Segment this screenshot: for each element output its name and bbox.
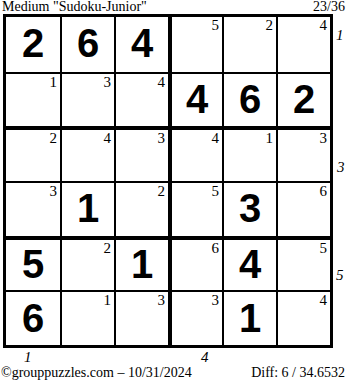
corner-mark: 3	[50, 183, 58, 199]
cell-r5c5[interactable]: 4	[222, 236, 276, 291]
corner-mark: 1	[266, 130, 274, 146]
cell-r1c2[interactable]: 6	[60, 17, 114, 72]
given-digit: 6	[62, 17, 114, 72]
cell-r1c5[interactable]: 2	[222, 17, 276, 72]
given-digit: 3	[224, 183, 276, 236]
given-digit: 6	[6, 292, 60, 345]
cell-r6c3[interactable]: 3	[114, 290, 168, 345]
corner-mark: 3	[158, 292, 166, 308]
cell-r6c5[interactable]: 1	[222, 290, 276, 345]
corner-mark: 1	[50, 74, 58, 90]
cell-r6c4[interactable]: 3	[168, 290, 222, 345]
cell-r5c3[interactable]: 1	[114, 236, 168, 291]
cell-r1c6[interactable]: 4	[276, 17, 330, 72]
cell-r4c3[interactable]: 2	[114, 181, 168, 236]
cell-r3c5[interactable]: 1	[222, 126, 276, 181]
given-digit: 4	[172, 74, 222, 127]
corner-mark: 5	[212, 17, 220, 33]
corner-mark: 4	[320, 17, 328, 33]
cell-r1c1[interactable]: 2	[6, 17, 60, 72]
cell-r4c5[interactable]: 3	[222, 181, 276, 236]
page-title: Medium "Sudoku-Junior"	[2, 0, 147, 14]
corner-mark: 3	[212, 292, 220, 308]
difficulty-rating: Diff: 6 / 34.6532	[251, 366, 345, 380]
corner-mark: 5	[212, 183, 220, 199]
cell-r2c3[interactable]: 4	[114, 72, 168, 127]
footer: ©grouppuzzles.com – 10/31/2024 Diff: 6 /…	[1, 366, 345, 380]
given-digit: 1	[116, 240, 168, 291]
given-digit: 1	[224, 292, 276, 345]
copyright-date: ©grouppuzzles.com – 10/31/2024	[1, 366, 192, 380]
cell-r4c2[interactable]: 1	[60, 181, 114, 236]
corner-mark: 4	[104, 130, 112, 146]
given-digit: 4	[224, 240, 276, 291]
titlebar: Medium "Sudoku-Junior" 23/36	[2, 0, 345, 14]
right-group-label: 3	[337, 160, 345, 174]
cell-r2c2[interactable]: 3	[60, 72, 114, 127]
cell-r2c1[interactable]: 1	[6, 72, 60, 127]
corner-mark: 4	[320, 292, 328, 308]
cell-r3c1[interactable]: 2	[6, 126, 60, 181]
cell-r3c2[interactable]: 4	[60, 126, 114, 181]
corner-mark: 6	[212, 240, 220, 256]
cell-r5c1[interactable]: 5	[6, 236, 60, 291]
cell-r6c6[interactable]: 4	[276, 290, 330, 345]
right-group-label: 5	[336, 268, 344, 282]
board: 264524134462243413312536521645613314	[3, 14, 333, 348]
corner-mark: 3	[104, 74, 112, 90]
corner-mark: 1	[104, 292, 112, 308]
cell-r4c6[interactable]: 6	[276, 181, 330, 236]
cell-r2c4[interactable]: 4	[168, 72, 222, 127]
corner-mark: 4	[158, 74, 166, 90]
given-digit: 6	[224, 74, 276, 127]
cell-r2c6[interactable]: 2	[276, 72, 330, 127]
cell-r1c3[interactable]: 4	[114, 17, 168, 72]
cell-r2c5[interactable]: 6	[222, 72, 276, 127]
puzzle-counter: 23/36	[313, 0, 345, 14]
cell-r6c2[interactable]: 1	[60, 290, 114, 345]
cell-r3c3[interactable]: 3	[114, 126, 168, 181]
corner-mark: 3	[320, 130, 328, 146]
given-digit: 1	[62, 183, 114, 236]
corner-mark: 2	[158, 183, 166, 199]
cell-r5c4[interactable]: 6	[168, 236, 222, 291]
given-digit: 5	[6, 240, 60, 291]
cell-r4c1[interactable]: 3	[6, 181, 60, 236]
given-digit: 2	[6, 17, 60, 72]
corner-mark: 4	[212, 130, 220, 146]
bottom-group-label: 4	[201, 350, 209, 364]
cell-r5c2[interactable]: 2	[60, 236, 114, 291]
corner-mark: 2	[50, 130, 58, 146]
cell-r6c1[interactable]: 6	[6, 290, 60, 345]
corner-mark: 3	[158, 130, 166, 146]
given-digit: 4	[116, 17, 168, 72]
bottom-group-label: 1	[24, 350, 32, 364]
cell-r5c6[interactable]: 5	[276, 236, 330, 291]
corner-mark: 2	[266, 17, 274, 33]
cell-r3c4[interactable]: 4	[168, 126, 222, 181]
cell-r1c4[interactable]: 5	[168, 17, 222, 72]
given-digit: 2	[278, 74, 330, 127]
cell-r4c4[interactable]: 5	[168, 181, 222, 236]
right-group-label: 1	[336, 28, 344, 42]
corner-mark: 2	[104, 240, 112, 256]
corner-mark: 6	[320, 183, 328, 199]
cell-r3c6[interactable]: 3	[276, 126, 330, 181]
corner-mark: 5	[320, 240, 328, 256]
